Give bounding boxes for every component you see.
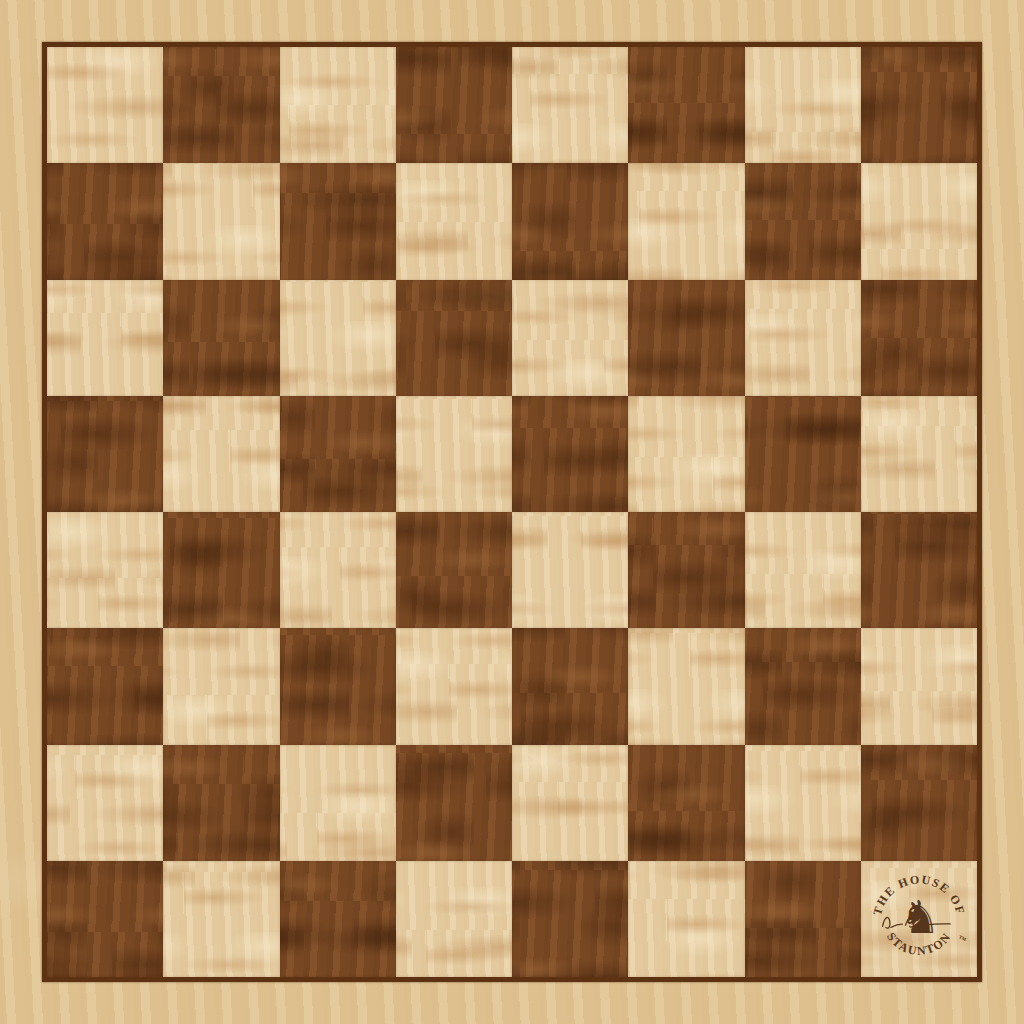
square-d7[interactable] (396, 163, 512, 279)
square-a4[interactable] (47, 512, 163, 628)
square-g1[interactable] (745, 861, 861, 977)
square-d5[interactable] (396, 396, 512, 512)
square-g4[interactable] (745, 512, 861, 628)
square-h4[interactable] (861, 512, 977, 628)
square-b5[interactable] (163, 396, 279, 512)
square-e6[interactable] (512, 280, 628, 396)
square-a6[interactable] (47, 280, 163, 396)
square-e7[interactable] (512, 163, 628, 279)
square-a7[interactable] (47, 163, 163, 279)
square-a3[interactable] (47, 628, 163, 744)
square-b7[interactable] (163, 163, 279, 279)
chess-board: THE HOUSE OF STAUNTON ♞ TM (0, 0, 1024, 1024)
square-f5[interactable] (628, 396, 744, 512)
square-g6[interactable] (745, 280, 861, 396)
square-a2[interactable] (47, 745, 163, 861)
square-b1[interactable] (163, 861, 279, 977)
square-g5[interactable] (745, 396, 861, 512)
square-f2[interactable] (628, 745, 744, 861)
square-e3[interactable] (512, 628, 628, 744)
square-e5[interactable] (512, 396, 628, 512)
square-c2[interactable] (280, 745, 396, 861)
board-inlay-line (42, 42, 982, 982)
square-h7[interactable] (861, 163, 977, 279)
board-grid (47, 47, 977, 977)
square-d3[interactable] (396, 628, 512, 744)
square-c1[interactable] (280, 861, 396, 977)
square-e4[interactable] (512, 512, 628, 628)
square-c6[interactable] (280, 280, 396, 396)
square-a1[interactable] (47, 861, 163, 977)
square-c4[interactable] (280, 512, 396, 628)
square-f3[interactable] (628, 628, 744, 744)
square-d4[interactable] (396, 512, 512, 628)
square-g7[interactable] (745, 163, 861, 279)
square-f4[interactable] (628, 512, 744, 628)
square-g3[interactable] (745, 628, 861, 744)
square-d6[interactable] (396, 280, 512, 396)
square-c5[interactable] (280, 396, 396, 512)
square-h1[interactable] (861, 861, 977, 977)
square-h3[interactable] (861, 628, 977, 744)
square-f6[interactable] (628, 280, 744, 396)
square-g2[interactable] (745, 745, 861, 861)
square-c3[interactable] (280, 628, 396, 744)
square-b3[interactable] (163, 628, 279, 744)
square-d8[interactable] (396, 47, 512, 163)
square-b2[interactable] (163, 745, 279, 861)
square-c8[interactable] (280, 47, 396, 163)
square-a5[interactable] (47, 396, 163, 512)
square-b8[interactable] (163, 47, 279, 163)
square-g8[interactable] (745, 47, 861, 163)
square-h6[interactable] (861, 280, 977, 396)
square-e1[interactable] (512, 861, 628, 977)
square-e8[interactable] (512, 47, 628, 163)
square-d1[interactable] (396, 861, 512, 977)
square-c7[interactable] (280, 163, 396, 279)
square-h2[interactable] (861, 745, 977, 861)
square-f7[interactable] (628, 163, 744, 279)
square-h5[interactable] (861, 396, 977, 512)
square-b6[interactable] (163, 280, 279, 396)
square-a8[interactable] (47, 47, 163, 163)
square-b4[interactable] (163, 512, 279, 628)
square-h8[interactable] (861, 47, 977, 163)
square-f8[interactable] (628, 47, 744, 163)
square-f1[interactable] (628, 861, 744, 977)
square-d2[interactable] (396, 745, 512, 861)
square-e2[interactable] (512, 745, 628, 861)
